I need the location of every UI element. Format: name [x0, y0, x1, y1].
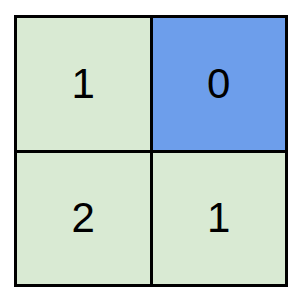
puzzle-board: 1021	[14, 15, 288, 287]
cell-r1c1[interactable]: 1	[153, 153, 286, 285]
cell-r0c0[interactable]: 1	[17, 18, 150, 150]
page-canvas: 1021	[0, 0, 304, 302]
cell-r0c1[interactable]: 0	[153, 18, 286, 150]
cell-r1c0[interactable]: 2	[17, 153, 150, 285]
